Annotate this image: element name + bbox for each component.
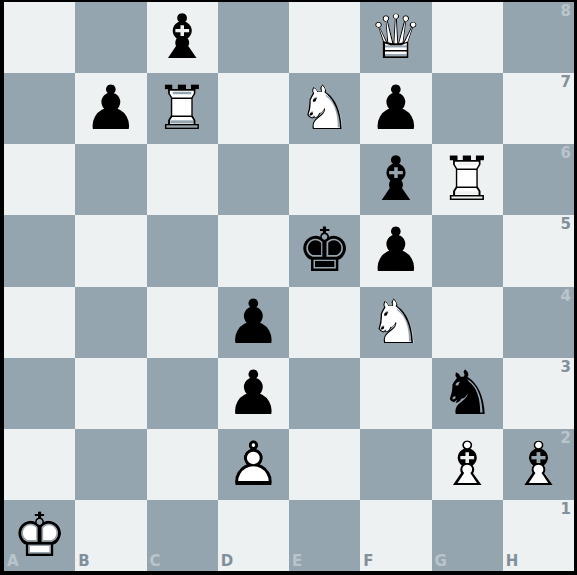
- square-c4[interactable]: [147, 287, 218, 358]
- white-rook-icon: ♖: [432, 144, 503, 215]
- square-c5[interactable]: [147, 215, 218, 286]
- white-bishop-icon: ♗: [503, 429, 574, 500]
- square-b4[interactable]: [75, 287, 146, 358]
- file-label-d: D: [221, 554, 233, 569]
- square-d6[interactable]: [218, 144, 289, 215]
- square-d4[interactable]: ♟: [218, 287, 289, 358]
- square-a5[interactable]: [4, 215, 75, 286]
- square-e5[interactable]: ♚: [289, 215, 360, 286]
- black-pawn-icon: ♟: [218, 358, 289, 429]
- file-label-e: E: [292, 554, 302, 569]
- piece-white-pawn[interactable]: ♟♙: [218, 429, 289, 500]
- piece-white-knight[interactable]: ♞♘: [289, 73, 360, 144]
- square-e4[interactable]: [289, 287, 360, 358]
- piece-black-pawn[interactable]: ♟: [360, 73, 431, 144]
- square-a7[interactable]: [4, 73, 75, 144]
- square-e1[interactable]: E: [289, 500, 360, 571]
- file-label-b: B: [78, 554, 89, 569]
- square-f3[interactable]: [360, 358, 431, 429]
- square-b6[interactable]: [75, 144, 146, 215]
- file-label-g: G: [435, 554, 447, 569]
- square-h6[interactable]: 6: [503, 144, 574, 215]
- square-f5[interactable]: ♟: [360, 215, 431, 286]
- piece-white-rook[interactable]: ♜♖: [147, 73, 218, 144]
- piece-black-bishop[interactable]: ♝: [360, 144, 431, 215]
- white-king-icon: ♔: [4, 500, 75, 571]
- square-f1[interactable]: F: [360, 500, 431, 571]
- square-e7[interactable]: ♞♘: [289, 73, 360, 144]
- piece-black-pawn[interactable]: ♟: [360, 215, 431, 286]
- rank-label-4: 4: [561, 289, 571, 304]
- file-label-f: F: [363, 554, 373, 569]
- square-d3[interactable]: ♟: [218, 358, 289, 429]
- piece-black-bishop[interactable]: ♝: [147, 2, 218, 73]
- square-g3[interactable]: ♞: [432, 358, 503, 429]
- square-c2[interactable]: [147, 429, 218, 500]
- black-knight-icon: ♞: [432, 358, 503, 429]
- square-d7[interactable]: [218, 73, 289, 144]
- square-e3[interactable]: [289, 358, 360, 429]
- white-bishop-icon: ♗: [432, 429, 503, 500]
- square-b1[interactable]: B: [75, 500, 146, 571]
- square-b3[interactable]: [75, 358, 146, 429]
- piece-black-pawn[interactable]: ♟: [218, 358, 289, 429]
- piece-black-knight[interactable]: ♞: [432, 358, 503, 429]
- square-d2[interactable]: ♟♙: [218, 429, 289, 500]
- square-g2[interactable]: ♝♗: [432, 429, 503, 500]
- piece-white-bishop[interactable]: ♝♗: [432, 429, 503, 500]
- square-c6[interactable]: [147, 144, 218, 215]
- black-bishop-icon: ♝: [147, 2, 218, 73]
- square-c1[interactable]: C: [147, 500, 218, 571]
- square-f6[interactable]: ♝: [360, 144, 431, 215]
- square-e2[interactable]: [289, 429, 360, 500]
- square-d5[interactable]: [218, 215, 289, 286]
- square-f8[interactable]: ♛♕: [360, 2, 431, 73]
- rank-label-8: 8: [561, 4, 571, 19]
- black-king-icon: ♚: [289, 215, 360, 286]
- square-f2[interactable]: [360, 429, 431, 500]
- square-d8[interactable]: [218, 2, 289, 73]
- square-h8[interactable]: 8: [503, 2, 574, 73]
- rank-label-3: 3: [561, 360, 571, 375]
- square-g7[interactable]: [432, 73, 503, 144]
- rank-label-5: 5: [561, 217, 571, 232]
- square-a4[interactable]: [4, 287, 75, 358]
- black-pawn-icon: ♟: [360, 215, 431, 286]
- file-label-h: H: [506, 554, 519, 569]
- rank-label-7: 7: [561, 75, 571, 90]
- square-h5[interactable]: 5: [503, 215, 574, 286]
- square-c7[interactable]: ♜♖: [147, 73, 218, 144]
- square-b5[interactable]: [75, 215, 146, 286]
- square-g5[interactable]: [432, 215, 503, 286]
- piece-white-queen[interactable]: ♛♕: [360, 2, 431, 73]
- square-h1[interactable]: 1H: [503, 500, 574, 571]
- white-rook-icon: ♖: [147, 73, 218, 144]
- square-a1[interactable]: A♚♔: [4, 500, 75, 571]
- piece-black-pawn[interactable]: ♟: [218, 287, 289, 358]
- square-a6[interactable]: [4, 144, 75, 215]
- square-g1[interactable]: G: [432, 500, 503, 571]
- square-f7[interactable]: ♟: [360, 73, 431, 144]
- white-pawn-icon: ♙: [218, 429, 289, 500]
- square-g8[interactable]: [432, 2, 503, 73]
- square-g6[interactable]: ♜♖: [432, 144, 503, 215]
- white-knight-icon: ♘: [360, 287, 431, 358]
- white-knight-icon: ♘: [289, 73, 360, 144]
- square-a2[interactable]: [4, 429, 75, 500]
- piece-white-knight[interactable]: ♞♘: [360, 287, 431, 358]
- square-e6[interactable]: [289, 144, 360, 215]
- square-f4[interactable]: ♞♘: [360, 287, 431, 358]
- piece-white-king[interactable]: ♚♔: [4, 500, 75, 571]
- square-h3[interactable]: 3: [503, 358, 574, 429]
- rank-label-6: 6: [561, 146, 571, 161]
- piece-black-king[interactable]: ♚: [289, 215, 360, 286]
- square-c8[interactable]: ♝: [147, 2, 218, 73]
- square-e8[interactable]: [289, 2, 360, 73]
- black-pawn-icon: ♟: [75, 73, 146, 144]
- rank-label-1: 1: [561, 502, 571, 517]
- black-pawn-icon: ♟: [360, 73, 431, 144]
- square-h2[interactable]: 2♝♗: [503, 429, 574, 500]
- square-h4[interactable]: 4: [503, 287, 574, 358]
- square-b2[interactable]: [75, 429, 146, 500]
- square-a8[interactable]: [4, 2, 75, 73]
- square-h7[interactable]: 7: [503, 73, 574, 144]
- piece-white-rook[interactable]: ♜♖: [432, 144, 503, 215]
- square-d1[interactable]: D: [218, 500, 289, 571]
- piece-white-bishop[interactable]: ♝♗: [503, 429, 574, 500]
- black-pawn-icon: ♟: [218, 287, 289, 358]
- white-queen-icon: ♕: [360, 2, 431, 73]
- board-grid: ♝♛♕8♟♜♖♞♘♟7♝♜♖6♚♟5♟♞♘4♟♞3♟♙♝♗2♝♗A♚♔BCDEF…: [4, 2, 574, 571]
- square-g4[interactable]: [432, 287, 503, 358]
- piece-black-pawn[interactable]: ♟: [75, 73, 146, 144]
- chess-board: ♝♛♕8♟♜♖♞♘♟7♝♜♖6♚♟5♟♞♘4♟♞3♟♙♝♗2♝♗A♚♔BCDEF…: [0, 0, 577, 575]
- square-a3[interactable]: [4, 358, 75, 429]
- black-bishop-icon: ♝: [360, 144, 431, 215]
- file-label-c: C: [150, 554, 161, 569]
- square-c3[interactable]: [147, 358, 218, 429]
- square-b8[interactable]: [75, 2, 146, 73]
- square-b7[interactable]: ♟: [75, 73, 146, 144]
